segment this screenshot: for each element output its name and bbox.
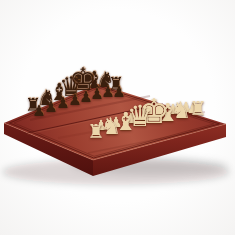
- chess-piece-dark-pawn: ♟: [44, 100, 57, 115]
- chess-piece-dark-pawn: ♟: [32, 104, 45, 119]
- chess-piece-dark-pawn: ♟: [112, 85, 125, 100]
- chess-piece-light-rook: ♜: [87, 122, 104, 141]
- chess-piece-light-rook: ♜: [189, 99, 206, 118]
- product-photo: ♞♝♜♚♛♟♟♟♝♟♟♞♟♜♟♟♟♟♜♟♟♟♞♟♝♚♟♛♟♝♞♜: [0, 0, 235, 235]
- chess-piece-dark-pawn: ♟: [56, 96, 69, 111]
- chess-piece-dark-pawn: ♟: [68, 93, 81, 108]
